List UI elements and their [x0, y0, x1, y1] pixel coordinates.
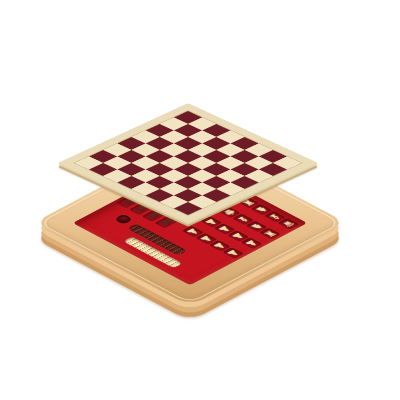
piece-slot: ♟	[223, 247, 244, 258]
piece-slot: ♜	[259, 228, 280, 239]
chess-piece-light-pawn: ♟	[243, 239, 260, 248]
piece-slot: ♛	[278, 218, 299, 229]
chess-set-product-photo: ♜♞♝♛♚♝♞♜♟♟♟♟♟♟♟♟♜♞♝♛♚♝♞♜♟♟♟♟♟♟♟♟	[0, 0, 400, 400]
chess-piece-dark-pawn: ♟	[157, 216, 178, 227]
chess-piece-light-queen: ♛	[280, 219, 297, 228]
piece-slot: ♟	[241, 238, 262, 249]
chess-piece-light-rook: ♜	[261, 229, 278, 238]
finger-hole	[114, 214, 134, 224]
chess-piece-light-pawn: ♟	[224, 248, 241, 257]
